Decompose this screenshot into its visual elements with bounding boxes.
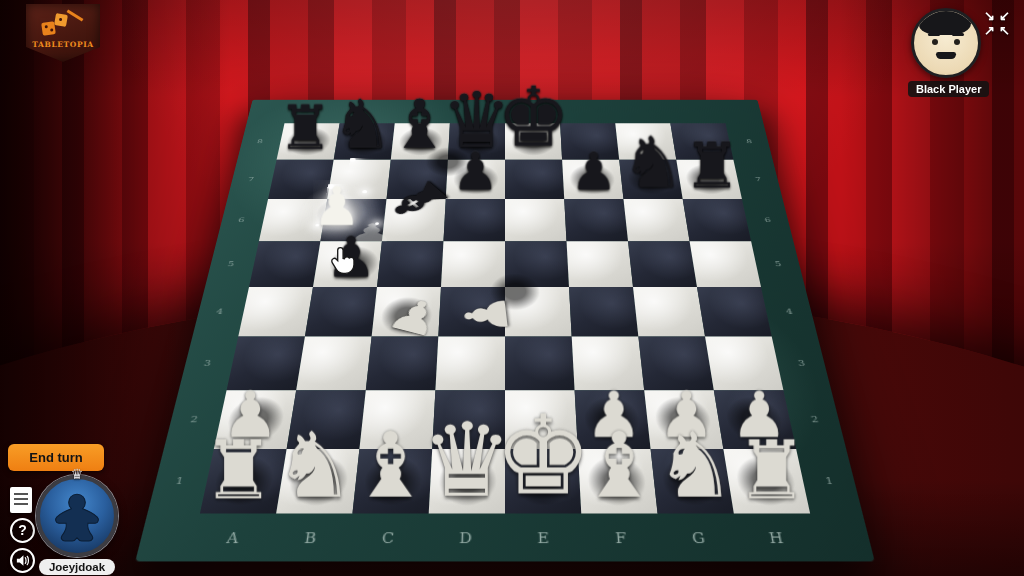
piece-white-bishop-f1[interactable]: ♝ — [578, 449, 658, 513]
collapse-arrow-glyph: ↗ — [982, 23, 997, 38]
meeple-icon — [51, 490, 103, 542]
collapse-arrow-glyph: ↘ — [982, 8, 997, 23]
piece-white-pawn-e4-fallen[interactable]: ♟ — [482, 268, 548, 316]
player-name: Joeyjdoak — [39, 559, 115, 575]
piece-black-pawn-f7[interactable]: ♟ — [562, 160, 623, 199]
piece-glyph: ♟ — [327, 230, 377, 286]
avatar-hair — [919, 8, 971, 35]
collapse-fullscreen-icon[interactable]: ↘↙↗↖ — [982, 8, 1012, 38]
piece-black-rook-a8[interactable]: ♜ — [277, 123, 340, 160]
help-icon[interactable]: ? — [10, 518, 35, 543]
sidebar-icons: ? — [10, 487, 35, 573]
piece-black-king-e8[interactable]: ♚ — [505, 123, 562, 160]
piece-glyph: ♞ — [655, 421, 736, 511]
piece-white-king-e1[interactable]: ♚ — [505, 449, 581, 513]
piece-white-pawn-c4-fallen[interactable]: ♟ — [371, 292, 441, 342]
piece-black-knight-b8[interactable]: ♞ — [334, 123, 395, 160]
piece-black-pawn-b5[interactable]: ♟ — [319, 241, 388, 287]
crown-badge-icon: ♛ — [71, 466, 84, 482]
piece-glyph: ♞ — [274, 421, 355, 511]
opponent-panel: Black Player — [908, 8, 984, 97]
chess-board[interactable]: ABCDEFGH8877665544332211 ♜♞♝♛♚♝♟♟♞♜♟♟♟♟♟… — [135, 100, 875, 562]
piece-white-knight-b1[interactable]: ♞ — [276, 449, 359, 513]
piece-glyph: ♞ — [332, 91, 393, 159]
piece-white-rook-h1[interactable]: ♜ — [723, 449, 810, 513]
player-avatar[interactable]: ♛ — [36, 475, 118, 557]
end-turn-button[interactable]: End turn — [8, 444, 104, 471]
piece-glyph: ♟ — [452, 146, 498, 198]
stage: ABCDEFGH8877665544332211 ♜♞♝♛♚♝♟♟♞♜♟♟♟♟♟… — [0, 0, 1024, 576]
collapse-arrow-glyph: ↖ — [997, 23, 1012, 38]
piece-glyph: ♜ — [735, 430, 808, 511]
board-scene: ABCDEFGH8877665544332211 ♜♞♝♛♚♝♟♟♞♜♟♟♟♟♟… — [0, 0, 1024, 576]
piece-glyph: ♚ — [494, 402, 592, 511]
avatar-mustache — [936, 52, 956, 59]
piece-black-bishop-c8[interactable]: ♝ — [391, 123, 450, 160]
piece-black-pawn-d7[interactable]: ♟ — [446, 160, 505, 199]
piece-glyph: ♟ — [571, 146, 617, 198]
piece-glyph: ♞ — [621, 128, 684, 198]
piece-glyph: ♝ — [350, 421, 431, 511]
piece-black-rook-h7[interactable]: ♜ — [676, 160, 742, 199]
opponent-name: Black Player — [908, 81, 989, 97]
piece-glyph: ♚ — [497, 77, 571, 159]
board-pieces: ♜♞♝♛♚♝♟♟♞♜♟♟♟♟♟♟♟♟♟♜♞♝♛♚♝♞♜ — [135, 100, 875, 562]
opponent-avatar[interactable] — [911, 8, 981, 78]
piece-glyph: ♜ — [278, 98, 332, 159]
piece-shadow — [489, 273, 540, 310]
sound-icon[interactable] — [10, 548, 35, 573]
piece-glyph: ♝ — [579, 421, 660, 511]
piece-glyph: ♜ — [202, 430, 275, 511]
tabletopia-dice-icon — [40, 12, 86, 38]
piece-glyph: ♝ — [389, 91, 450, 159]
logo-text: TABLETOPIA — [26, 40, 100, 49]
piece-white-knight-g1[interactable]: ♞ — [651, 449, 734, 513]
collapse-arrow-glyph: ↙ — [997, 8, 1012, 23]
piece-black-knight-g7[interactable]: ♞ — [619, 160, 682, 199]
piece-glyph: ♜ — [684, 135, 740, 198]
game-log-icon[interactable] — [10, 487, 32, 513]
player-panel: ♛ Joeyjdoak — [34, 475, 120, 575]
